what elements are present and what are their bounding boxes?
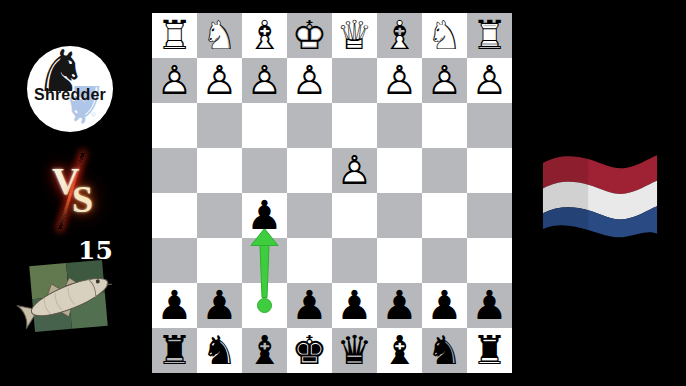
white-knight[interactable]: ♞♘ (197, 13, 242, 58)
square-d3[interactable] (332, 103, 377, 148)
white-pawn[interactable]: ♟♙ (242, 58, 287, 103)
square-d7[interactable]: ♟ (332, 283, 377, 328)
chess-board: ♜♖♞♘♝♗♚♔♛♕♝♗♞♘♜♖♟♙♟♙♟♙♟♙♟♙♟♙♟♙♟♙♟♟♟♟♟♟♟♟… (152, 13, 512, 373)
square-a3[interactable] (467, 103, 512, 148)
square-a7[interactable]: ♟ (467, 283, 512, 328)
square-h1[interactable]: ♜♖ (152, 13, 197, 58)
white-pawn[interactable]: ♟♙ (422, 58, 467, 103)
square-b5[interactable] (422, 193, 467, 238)
square-f4[interactable] (242, 148, 287, 193)
square-f2[interactable]: ♟♙ (242, 58, 287, 103)
white-pawn[interactable]: ♟♙ (197, 58, 242, 103)
square-d5[interactable] (332, 193, 377, 238)
video-frame: ♞ ♞ Shredder V S 15 ♜♖♞♘♝♗♚♔♛♕♝♗♞♘♜♖♟♙♟♙… (0, 0, 686, 386)
white-pawn[interactable]: ♟♙ (152, 58, 197, 103)
square-a1[interactable]: ♜♖ (467, 13, 512, 58)
square-e4[interactable] (287, 148, 332, 193)
square-c7[interactable]: ♟ (377, 283, 422, 328)
square-a5[interactable] (467, 193, 512, 238)
square-b8[interactable]: ♞ (422, 328, 467, 373)
shredder-label: Shredder (27, 86, 113, 104)
square-d6[interactable] (332, 238, 377, 283)
shredder-logo: ♞ ♞ Shredder (27, 46, 113, 132)
square-c2[interactable]: ♟♙ (377, 58, 422, 103)
square-h4[interactable] (152, 148, 197, 193)
square-g7[interactable]: ♟ (197, 283, 242, 328)
white-king[interactable]: ♚♔ (287, 13, 332, 58)
square-h5[interactable] (152, 193, 197, 238)
square-f6[interactable] (242, 238, 287, 283)
square-h3[interactable] (152, 103, 197, 148)
square-e3[interactable] (287, 103, 332, 148)
black-rook[interactable]: ♜ (152, 328, 197, 373)
square-e7[interactable]: ♟ (287, 283, 332, 328)
black-pawn[interactable]: ♟ (467, 283, 512, 328)
black-pawn[interactable]: ♟ (377, 283, 422, 328)
white-pawn[interactable]: ♟♙ (287, 58, 332, 103)
square-c6[interactable] (377, 238, 422, 283)
white-pawn[interactable]: ♟♙ (467, 58, 512, 103)
square-c4[interactable] (377, 148, 422, 193)
white-rook[interactable]: ♜♖ (467, 13, 512, 58)
square-f1[interactable]: ♝♗ (242, 13, 287, 58)
white-bishop[interactable]: ♝♗ (242, 13, 287, 58)
square-a6[interactable] (467, 238, 512, 283)
square-f8[interactable]: ♝ (242, 328, 287, 373)
stockfish-level: 15 (78, 236, 113, 265)
blue-knight-dot (91, 112, 96, 117)
square-c5[interactable] (377, 193, 422, 238)
black-king[interactable]: ♚ (287, 328, 332, 373)
square-d4[interactable]: ♟♙ (332, 148, 377, 193)
square-e6[interactable] (287, 238, 332, 283)
vs-graphic: V S (46, 155, 116, 230)
square-g5[interactable] (197, 193, 242, 238)
square-h2[interactable]: ♟♙ (152, 58, 197, 103)
square-g4[interactable] (197, 148, 242, 193)
white-pawn[interactable]: ♟♙ (377, 58, 422, 103)
square-b2[interactable]: ♟♙ (422, 58, 467, 103)
square-e2[interactable]: ♟♙ (287, 58, 332, 103)
white-pawn[interactable]: ♟♙ (332, 148, 377, 193)
square-a2[interactable]: ♟♙ (467, 58, 512, 103)
square-b3[interactable] (422, 103, 467, 148)
square-h6[interactable] (152, 238, 197, 283)
knight-eye-dot (82, 66, 86, 70)
square-b1[interactable]: ♞♘ (422, 13, 467, 58)
square-b7[interactable]: ♟ (422, 283, 467, 328)
square-a4[interactable] (467, 148, 512, 193)
netherlands-flag-emoji (539, 151, 661, 238)
black-knight[interactable]: ♞ (422, 328, 467, 373)
square-e5[interactable] (287, 193, 332, 238)
vs-letter-s: S (72, 177, 93, 221)
black-knight[interactable]: ♞ (197, 328, 242, 373)
square-d8[interactable]: ♛ (332, 328, 377, 373)
square-g2[interactable]: ♟♙ (197, 58, 242, 103)
black-pawn[interactable]: ♟ (197, 283, 242, 328)
square-g6[interactable] (197, 238, 242, 283)
black-pawn[interactable]: ♟ (332, 283, 377, 328)
white-knight[interactable]: ♞♘ (422, 13, 467, 58)
black-queen[interactable]: ♛ (332, 328, 377, 373)
square-b4[interactable] (422, 148, 467, 193)
square-f5[interactable]: ♟ (242, 193, 287, 238)
square-f7[interactable] (242, 283, 287, 328)
black-pawn[interactable]: ♟ (287, 283, 332, 328)
white-queen[interactable]: ♛♕ (332, 13, 377, 58)
square-c1[interactable]: ♝♗ (377, 13, 422, 58)
square-g3[interactable] (197, 103, 242, 148)
square-f3[interactable] (242, 103, 287, 148)
square-d2[interactable] (332, 58, 377, 103)
square-e1[interactable]: ♚♔ (287, 13, 332, 58)
square-g8[interactable]: ♞ (197, 328, 242, 373)
square-h8[interactable]: ♜ (152, 328, 197, 373)
square-c3[interactable] (377, 103, 422, 148)
square-g1[interactable]: ♞♘ (197, 13, 242, 58)
black-pawn[interactable]: ♟ (422, 283, 467, 328)
black-pawn[interactable]: ♟ (242, 193, 287, 238)
square-h7[interactable]: ♟ (152, 283, 197, 328)
white-bishop[interactable]: ♝♗ (377, 13, 422, 58)
black-rook[interactable]: ♜ (467, 328, 512, 373)
square-c8[interactable]: ♝ (377, 328, 422, 373)
black-bishop[interactable]: ♝ (242, 328, 287, 373)
square-d1[interactable]: ♛♕ (332, 13, 377, 58)
square-b6[interactable] (422, 238, 467, 283)
square-a8[interactable]: ♜ (467, 328, 512, 373)
white-rook[interactable]: ♜♖ (152, 13, 197, 58)
square-e8[interactable]: ♚ (287, 328, 332, 373)
black-pawn[interactable]: ♟ (152, 283, 197, 328)
black-bishop[interactable]: ♝ (377, 328, 422, 373)
